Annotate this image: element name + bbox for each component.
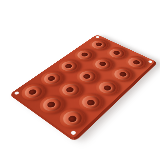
product-photo-background xyxy=(0,0,160,160)
silicone-donut-mold xyxy=(9,34,158,142)
cavity-grid xyxy=(14,36,153,136)
